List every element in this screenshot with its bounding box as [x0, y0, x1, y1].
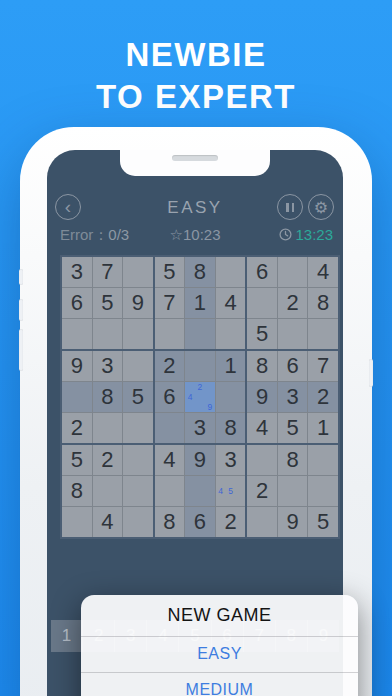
cell-r6c1[interactable]: 2: [62, 413, 92, 443]
cell-r5c4[interactable]: 6: [155, 382, 185, 412]
power-button: [369, 359, 373, 387]
cell-r1c9[interactable]: 4: [308, 257, 338, 287]
cell-r5c3[interactable]: 5: [123, 382, 153, 412]
cell-r8c5[interactable]: [185, 476, 215, 506]
cell-r3c1[interactable]: [62, 319, 92, 349]
cell-r6c7[interactable]: 4: [247, 413, 277, 443]
cell-r4c2[interactable]: 3: [93, 351, 123, 381]
cell-r8c1[interactable]: 8: [62, 476, 92, 506]
cell-r3c3[interactable]: [123, 319, 153, 349]
cell-r1c7[interactable]: 6: [247, 257, 277, 287]
cell-r7c9[interactable]: [308, 445, 338, 475]
cell-r4c3[interactable]: [123, 351, 153, 381]
phone-notch: [120, 150, 270, 176]
board-block-3-3: 8295: [247, 445, 338, 537]
board-block-2-1: 93852: [62, 351, 153, 443]
cell-r6c9[interactable]: 1: [308, 413, 338, 443]
current-time: 13:23: [279, 226, 333, 243]
cell-r2c9[interactable]: 8: [308, 288, 338, 318]
cell-r1c1[interactable]: 3: [62, 257, 92, 287]
cell-r7c7[interactable]: [247, 445, 277, 475]
cell-r9c4[interactable]: 8: [155, 507, 185, 537]
cell-r1c5[interactable]: 8: [185, 257, 215, 287]
current-time-value: 13:23: [295, 226, 333, 243]
cell-r4c4[interactable]: 2: [155, 351, 185, 381]
pencil-marks: 249: [185, 382, 215, 412]
pencil-marks: 45: [216, 476, 246, 506]
cell-r4c7[interactable]: 8: [247, 351, 277, 381]
sudoku-board: 3765958714642859385221624938867932451528…: [60, 255, 340, 539]
volume-up-button: [19, 299, 23, 321]
cell-r7c1[interactable]: 5: [62, 445, 92, 475]
star-icon: ☆: [170, 226, 183, 243]
cell-r5c9[interactable]: 2: [308, 382, 338, 412]
cell-r9c8[interactable]: 9: [278, 507, 308, 537]
cell-r2c2[interactable]: 5: [93, 288, 123, 318]
mute-switch: [19, 269, 23, 285]
cell-r3c8[interactable]: [278, 319, 308, 349]
cell-r6c3[interactable]: [123, 413, 153, 443]
status-bar: Error：0/3 ☆10:23 13:23: [47, 226, 343, 246]
cell-r1c4[interactable]: 5: [155, 257, 185, 287]
cell-r4c9[interactable]: 7: [308, 351, 338, 381]
best-time-value: 10:23: [183, 226, 221, 243]
cell-r6c8[interactable]: 5: [278, 413, 308, 443]
clock-icon: [279, 228, 292, 241]
cell-r1c6[interactable]: [216, 257, 246, 287]
board-block-1-2: 58714: [155, 257, 246, 349]
board-block-2-2: 21624938: [155, 351, 246, 443]
cell-r3c4[interactable]: [155, 319, 185, 349]
cell-r2c1[interactable]: 6: [62, 288, 92, 318]
cell-r7c6[interactable]: 3: [216, 445, 246, 475]
cell-r2c5[interactable]: 1: [185, 288, 215, 318]
board-block-1-3: 64285: [247, 257, 338, 349]
cell-r9c3[interactable]: [123, 507, 153, 537]
cell-r9c7[interactable]: [247, 507, 277, 537]
cell-r9c1[interactable]: [62, 507, 92, 537]
cell-r7c4[interactable]: 4: [155, 445, 185, 475]
banner: NEWBIE TO EXPERT: [0, 34, 392, 118]
cell-r5c1[interactable]: [62, 382, 92, 412]
cell-r6c2[interactable]: [93, 413, 123, 443]
cell-r5c8[interactable]: 3: [278, 382, 308, 412]
cell-r3c6[interactable]: [216, 319, 246, 349]
cell-r8c4[interactable]: [155, 476, 185, 506]
cell-r3c5[interactable]: [185, 319, 215, 349]
banner-line1: NEWBIE: [0, 34, 392, 76]
cell-r6c6[interactable]: 8: [216, 413, 246, 443]
cell-r3c7[interactable]: 5: [247, 319, 277, 349]
modal-title: NEW GAME: [81, 595, 358, 636]
cell-r7c5[interactable]: 9: [185, 445, 215, 475]
cell-r1c8[interactable]: [278, 257, 308, 287]
settings-button[interactable]: ⚙: [308, 194, 334, 220]
cell-r9c6[interactable]: 2: [216, 507, 246, 537]
cell-r4c6[interactable]: 1: [216, 351, 246, 381]
cell-r2c3[interactable]: 9: [123, 288, 153, 318]
cell-r9c5[interactable]: 6: [185, 507, 215, 537]
cell-r8c8[interactable]: [278, 476, 308, 506]
new-game-modal: NEW GAME EASYMEDIUMHARDEXPERTRESTART: [81, 595, 358, 696]
cell-r8c9[interactable]: [308, 476, 338, 506]
cell-r4c8[interactable]: 6: [278, 351, 308, 381]
cell-r3c2[interactable]: [93, 319, 123, 349]
cell-r2c8[interactable]: 2: [278, 288, 308, 318]
cell-r8c3[interactable]: [123, 476, 153, 506]
cell-r5c2[interactable]: 8: [93, 382, 123, 412]
cell-r2c7[interactable]: [247, 288, 277, 318]
cell-r8c2[interactable]: [93, 476, 123, 506]
cell-r2c6[interactable]: 4: [216, 288, 246, 318]
cell-r1c3[interactable]: [123, 257, 153, 287]
cell-r7c8[interactable]: 8: [278, 445, 308, 475]
board-block-1-1: 37659: [62, 257, 153, 349]
pause-icon: [286, 203, 294, 212]
cell-r6c5[interactable]: 3: [185, 413, 215, 443]
cell-r4c1[interactable]: 9: [62, 351, 92, 381]
phone-frame: ‹ EASY ⚙ Error：0/3 ☆10:23 13:23 37659587…: [20, 127, 372, 696]
game-header: ‹ EASY ⚙: [47, 194, 343, 222]
cell-r3c9[interactable]: [308, 319, 338, 349]
cell-r4c5[interactable]: [185, 351, 215, 381]
cell-r5c5[interactable]: 249: [185, 382, 215, 412]
modal-option-easy[interactable]: EASY: [81, 636, 358, 672]
cell-r7c3[interactable]: [123, 445, 153, 475]
cell-r8c7[interactable]: 2: [247, 476, 277, 506]
cell-r9c9[interactable]: 5: [308, 507, 338, 537]
banner-line2: TO EXPERT: [0, 76, 392, 118]
board-block-3-1: 5284: [62, 445, 153, 537]
modal-option-medium[interactable]: MEDIUM: [81, 672, 358, 696]
gear-icon: ⚙: [314, 198, 328, 217]
cell-r6c4[interactable]: [155, 413, 185, 443]
board-block-3-2: 49345862: [155, 445, 246, 537]
cell-r5c7[interactable]: 9: [247, 382, 277, 412]
cell-r9c2[interactable]: 4: [93, 507, 123, 537]
board-block-2-3: 867932451: [247, 351, 338, 443]
cell-r5c6[interactable]: [216, 382, 246, 412]
volume-down-button: [19, 329, 23, 371]
numpad-key-1[interactable]: 1: [51, 620, 83, 652]
pause-button[interactable]: [277, 194, 303, 220]
cell-r1c2[interactable]: 7: [93, 257, 123, 287]
cell-r2c4[interactable]: 7: [155, 288, 185, 318]
cell-r7c2[interactable]: 2: [93, 445, 123, 475]
speaker-slot: [172, 155, 218, 161]
cell-r8c6[interactable]: 45: [216, 476, 246, 506]
